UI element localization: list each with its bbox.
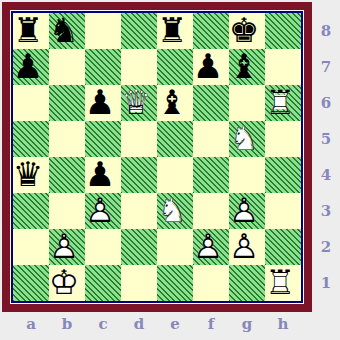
white-pawn: ♙: [82, 192, 118, 228]
square-e7[interactable]: [157, 49, 193, 85]
white-knight-fill: ♞: [154, 192, 190, 228]
square-c2[interactable]: [85, 229, 121, 265]
board-white-line: ♜♞♜♚♟♟♝♟♛♕♝♜♖♞♘♛♟♟♙♞♘♟♙♟♙♟♙♟♙♚♔♜♖: [10, 10, 304, 304]
square-f2[interactable]: ♟♙: [193, 229, 229, 265]
square-e2[interactable]: [157, 229, 193, 265]
square-b7[interactable]: [49, 49, 85, 85]
square-h6[interactable]: ♜♖: [265, 85, 301, 121]
square-g6[interactable]: [229, 85, 265, 121]
square-d5[interactable]: [121, 121, 157, 157]
white-pawn-fill: ♟: [226, 192, 262, 228]
white-rook: ♖: [262, 264, 298, 300]
square-c6[interactable]: ♟: [85, 85, 121, 121]
file-labels: abcdefgh: [13, 312, 301, 336]
square-g8[interactable]: ♚: [229, 13, 265, 49]
square-h5[interactable]: [265, 121, 301, 157]
square-f4[interactable]: [193, 157, 229, 193]
square-a4[interactable]: ♛: [13, 157, 49, 193]
white-pawn: ♙: [190, 228, 226, 264]
square-b8[interactable]: ♞: [49, 13, 85, 49]
square-a2[interactable]: [13, 229, 49, 265]
square-b6[interactable]: [49, 85, 85, 121]
square-d1[interactable]: [121, 265, 157, 301]
square-g5[interactable]: ♞♘: [229, 121, 265, 157]
square-a3[interactable]: [13, 193, 49, 229]
white-king: ♔: [46, 264, 82, 300]
square-d4[interactable]: [121, 157, 157, 193]
square-d6[interactable]: ♛♕: [121, 85, 157, 121]
square-b3[interactable]: [49, 193, 85, 229]
white-knight-fill: ♞: [226, 120, 262, 156]
square-b1[interactable]: ♚♔: [49, 265, 85, 301]
black-pawn: ♟: [10, 48, 46, 84]
square-e1[interactable]: [157, 265, 193, 301]
board-navy-line: ♜♞♜♚♟♟♝♟♛♕♝♜♖♞♘♛♟♟♙♞♘♟♙♟♙♟♙♟♙♚♔♜♖: [11, 11, 303, 303]
file-label-e: e: [157, 312, 193, 336]
square-e8[interactable]: ♜: [157, 13, 193, 49]
square-a5[interactable]: [13, 121, 49, 157]
square-h8[interactable]: [265, 13, 301, 49]
square-f5[interactable]: [193, 121, 229, 157]
square-g4[interactable]: [229, 157, 265, 193]
square-a1[interactable]: [13, 265, 49, 301]
black-king: ♚: [226, 12, 262, 48]
square-c8[interactable]: [85, 13, 121, 49]
white-rook: ♖: [262, 84, 298, 120]
square-e5[interactable]: [157, 121, 193, 157]
black-bishop: ♝: [154, 84, 190, 120]
square-e3[interactable]: ♞♘: [157, 193, 193, 229]
square-e4[interactable]: [157, 157, 193, 193]
white-knight: ♘: [226, 120, 262, 156]
file-label-d: d: [121, 312, 157, 336]
white-pawn: ♙: [46, 228, 82, 264]
square-c4[interactable]: ♟: [85, 157, 121, 193]
black-queen: ♛: [10, 156, 46, 192]
square-b4[interactable]: [49, 157, 85, 193]
rank-label-6: 6: [313, 85, 339, 121]
white-pawn-fill: ♟: [190, 228, 226, 264]
square-e6[interactable]: ♝: [157, 85, 193, 121]
square-f3[interactable]: [193, 193, 229, 229]
file-label-c: c: [85, 312, 121, 336]
chessboard: ♜♞♜♚♟♟♝♟♛♕♝♜♖♞♘♛♟♟♙♞♘♟♙♟♙♟♙♟♙♚♔♜♖: [13, 13, 301, 301]
square-d7[interactable]: [121, 49, 157, 85]
black-pawn: ♟: [190, 48, 226, 84]
square-c7[interactable]: [85, 49, 121, 85]
rank-label-3: 3: [313, 193, 339, 229]
square-d3[interactable]: [121, 193, 157, 229]
file-label-h: h: [265, 312, 301, 336]
square-a8[interactable]: ♜: [13, 13, 49, 49]
white-queen-fill: ♛: [118, 84, 154, 120]
square-h7[interactable]: [265, 49, 301, 85]
rank-label-1: 1: [313, 265, 339, 301]
chessboard-frame: ♜♞♜♚♟♟♝♟♛♕♝♜♖♞♘♛♟♟♙♞♘♟♙♟♙♟♙♟♙♚♔♜♖: [2, 2, 312, 312]
file-label-a: a: [13, 312, 49, 336]
white-pawn-fill: ♟: [226, 228, 262, 264]
square-d8[interactable]: [121, 13, 157, 49]
white-pawn-fill: ♟: [82, 192, 118, 228]
file-label-g: g: [229, 312, 265, 336]
rank-label-4: 4: [313, 157, 339, 193]
square-d2[interactable]: [121, 229, 157, 265]
square-b2[interactable]: ♟♙: [49, 229, 85, 265]
white-king-fill: ♚: [46, 264, 82, 300]
white-pawn-fill: ♟: [46, 228, 82, 264]
square-b5[interactable]: [49, 121, 85, 157]
square-g7[interactable]: ♝: [229, 49, 265, 85]
black-bishop: ♝: [226, 48, 262, 84]
rank-labels: 87654321: [313, 13, 339, 301]
square-f1[interactable]: [193, 265, 229, 301]
square-h3[interactable]: [265, 193, 301, 229]
white-rook-fill: ♜: [262, 84, 298, 120]
square-h2[interactable]: [265, 229, 301, 265]
square-f8[interactable]: [193, 13, 229, 49]
square-c1[interactable]: [85, 265, 121, 301]
rank-label-7: 7: [313, 49, 339, 85]
file-label-b: b: [49, 312, 85, 336]
black-rook: ♜: [154, 12, 190, 48]
white-queen: ♕: [118, 84, 154, 120]
square-g1[interactable]: [229, 265, 265, 301]
black-rook: ♜: [10, 12, 46, 48]
rank-label-2: 2: [313, 229, 339, 265]
black-pawn: ♟: [82, 84, 118, 120]
white-knight: ♘: [154, 192, 190, 228]
rank-label-5: 5: [313, 121, 339, 157]
square-g3[interactable]: ♟♙: [229, 193, 265, 229]
square-h4[interactable]: [265, 157, 301, 193]
black-knight: ♞: [46, 12, 82, 48]
white-pawn: ♙: [226, 228, 262, 264]
square-a6[interactable]: [13, 85, 49, 121]
square-c3[interactable]: ♟♙: [85, 193, 121, 229]
square-g2[interactable]: ♟♙: [229, 229, 265, 265]
file-label-f: f: [193, 312, 229, 336]
square-c5[interactable]: [85, 121, 121, 157]
black-pawn: ♟: [82, 156, 118, 192]
square-a7[interactable]: ♟: [13, 49, 49, 85]
square-f6[interactable]: [193, 85, 229, 121]
square-h1[interactable]: ♜♖: [265, 265, 301, 301]
square-f7[interactable]: ♟: [193, 49, 229, 85]
rank-label-8: 8: [313, 13, 339, 49]
white-rook-fill: ♜: [262, 264, 298, 300]
white-pawn: ♙: [226, 192, 262, 228]
